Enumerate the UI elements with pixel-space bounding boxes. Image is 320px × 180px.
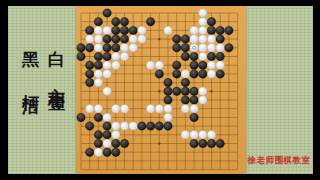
white-stone xyxy=(199,17,208,26)
white-stone xyxy=(138,35,147,44)
black-stone xyxy=(77,52,86,61)
black-stone xyxy=(103,35,112,44)
black-stone xyxy=(172,35,181,44)
player-black-label: 黑 xyxy=(21,38,41,41)
black-stone xyxy=(120,17,129,26)
black-stone xyxy=(181,87,190,96)
white-stone xyxy=(103,87,112,96)
video-frame: { "game": "go (weiqi), 19x19", "players"… xyxy=(0,0,320,180)
white-stone xyxy=(199,52,208,61)
black-stone xyxy=(112,26,121,35)
black-stone xyxy=(181,44,190,53)
black-stone xyxy=(172,70,181,79)
white-stone xyxy=(199,26,208,35)
black-stone xyxy=(77,44,86,53)
white-stone xyxy=(181,104,190,113)
player-black-name: 柯洁 xyxy=(21,80,41,86)
black-stone xyxy=(190,61,199,69)
white-stone xyxy=(94,104,103,113)
white-stone xyxy=(112,52,121,61)
black-stone xyxy=(190,52,199,61)
white-stone xyxy=(103,113,112,122)
black-stone xyxy=(103,44,112,53)
white-stone xyxy=(103,26,112,35)
black-stone xyxy=(85,61,94,69)
black-stone xyxy=(172,61,181,69)
black-stone xyxy=(216,26,225,35)
black-stone xyxy=(94,131,103,140)
white-stone xyxy=(216,44,225,53)
black-stone xyxy=(120,26,129,35)
black-stone xyxy=(103,52,112,61)
black-stone xyxy=(94,139,103,148)
black-stone xyxy=(85,78,94,87)
player-white-name: 卞相壹 xyxy=(47,74,67,83)
white-stone xyxy=(207,44,216,53)
white-stone xyxy=(190,26,199,35)
black-stone xyxy=(85,44,94,53)
white-stone xyxy=(199,131,208,140)
white-stone xyxy=(103,70,112,79)
black-stone xyxy=(216,70,225,79)
black-stone xyxy=(120,139,129,148)
white-stone xyxy=(164,113,173,122)
black-stone xyxy=(181,78,190,87)
black-stone xyxy=(155,122,164,131)
black-stone xyxy=(138,122,147,131)
black-stone xyxy=(120,35,129,44)
black-stone xyxy=(164,122,173,131)
white-stone xyxy=(120,104,129,113)
black-stone xyxy=(103,148,112,157)
black-stone xyxy=(181,96,190,105)
black-stone xyxy=(155,70,164,79)
white-stone xyxy=(190,104,199,113)
white-stone xyxy=(94,35,103,44)
white-stone xyxy=(103,61,112,69)
white-stone xyxy=(199,44,208,53)
black-stone xyxy=(94,61,103,69)
white-stone xyxy=(112,104,121,113)
white-stone xyxy=(207,35,216,44)
black-stone xyxy=(207,17,216,26)
white-stone xyxy=(207,70,216,79)
white-stone xyxy=(94,78,103,87)
white-stone xyxy=(199,35,208,44)
black-stone xyxy=(77,113,86,122)
black-stone xyxy=(199,70,208,79)
white-stone xyxy=(112,122,121,131)
black-stone xyxy=(199,61,208,69)
white-stone xyxy=(120,52,129,61)
black-stone xyxy=(164,87,173,96)
black-stone xyxy=(225,26,234,35)
white-stone xyxy=(94,70,103,79)
black-stone xyxy=(112,139,121,148)
white-stone xyxy=(207,61,216,69)
black-stone xyxy=(146,17,155,26)
black-stone xyxy=(94,17,103,26)
black-stone xyxy=(129,26,138,35)
white-stone xyxy=(199,9,208,18)
black-stone xyxy=(146,122,155,131)
black-stone xyxy=(164,78,173,87)
white-stone xyxy=(146,104,155,113)
white-stone xyxy=(190,35,199,44)
player-black: 黑 柯洁 xyxy=(22,38,39,86)
black-stone xyxy=(172,44,181,53)
black-stone xyxy=(85,26,94,35)
white-stone xyxy=(129,122,138,131)
black-stone xyxy=(85,148,94,157)
black-stone xyxy=(216,52,225,61)
black-stone xyxy=(190,113,199,122)
black-stone xyxy=(199,139,208,148)
white-stone xyxy=(138,26,147,35)
white-stone xyxy=(94,148,103,157)
black-stone xyxy=(190,96,199,105)
white-stone xyxy=(85,35,94,44)
black-stone xyxy=(190,139,199,148)
last-move-marker xyxy=(193,46,196,49)
white-stone xyxy=(85,104,94,113)
white-stone xyxy=(181,131,190,140)
white-stone xyxy=(155,104,164,113)
black-stone xyxy=(85,70,94,79)
white-stone xyxy=(112,61,121,69)
black-stone xyxy=(225,44,234,53)
black-stone xyxy=(207,139,216,148)
black-stone xyxy=(207,52,216,61)
black-stone xyxy=(94,52,103,61)
black-stone xyxy=(164,96,173,105)
black-stone xyxy=(181,52,190,61)
white-stone xyxy=(146,61,155,69)
go-board xyxy=(76,6,246,174)
black-stone xyxy=(103,131,112,140)
black-stone xyxy=(190,70,199,79)
black-stone xyxy=(190,87,199,96)
white-stone xyxy=(199,96,208,105)
black-stone xyxy=(94,113,103,122)
white-stone xyxy=(94,26,103,35)
white-stone xyxy=(103,139,112,148)
black-stone xyxy=(85,122,94,131)
white-stone xyxy=(207,131,216,140)
player-white-label: 白 xyxy=(47,37,67,40)
white-stone xyxy=(129,44,138,53)
white-stone xyxy=(120,44,129,53)
white-stone xyxy=(216,61,225,69)
black-stone xyxy=(172,87,181,96)
black-stone xyxy=(112,17,121,26)
black-stone xyxy=(216,139,225,148)
white-stone xyxy=(181,70,190,79)
black-stone xyxy=(207,26,216,35)
classroom-watermark: 徐老师围棋教室 xyxy=(246,155,312,167)
white-stone xyxy=(129,35,138,44)
black-stone xyxy=(181,35,190,44)
black-stone xyxy=(103,122,112,131)
white-stone xyxy=(190,131,199,140)
white-stone xyxy=(155,61,164,69)
black-stone xyxy=(112,148,121,157)
white-stone xyxy=(112,131,121,140)
white-stone xyxy=(164,26,173,35)
white-stone xyxy=(164,104,173,113)
black-stone xyxy=(103,9,112,18)
black-stone xyxy=(112,35,121,44)
white-stone xyxy=(120,122,129,131)
board-grid xyxy=(76,6,246,174)
white-stone xyxy=(94,44,103,53)
white-stone xyxy=(199,87,208,96)
player-white: 白 卞相壹 xyxy=(48,37,65,83)
black-stone xyxy=(112,44,121,53)
black-stone xyxy=(216,35,225,44)
